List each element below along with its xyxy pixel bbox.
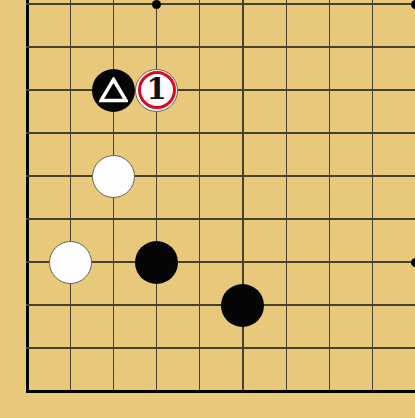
intersection-c7[interactable]: [92, 112, 135, 155]
intersection-c3[interactable]: [92, 284, 135, 327]
intersection-j2[interactable]: [351, 327, 394, 370]
intersection-k1[interactable]: [394, 370, 415, 413]
intersection-h2[interactable]: [308, 327, 351, 370]
go-diagram: 1: [0, 0, 415, 418]
intersection-g4[interactable]: [265, 241, 308, 284]
intersection-c5[interactable]: [92, 198, 135, 241]
intersection-h3[interactable]: [308, 284, 351, 327]
intersection-g1[interactable]: [265, 370, 308, 413]
intersection-e10[interactable]: [178, 0, 221, 26]
intersection-h10[interactable]: [308, 0, 351, 26]
intersection-j8[interactable]: [351, 69, 394, 112]
intersection-c1[interactable]: [92, 370, 135, 413]
intersection-b9[interactable]: [49, 26, 92, 69]
intersection-f3[interactable]: [221, 284, 264, 327]
intersection-h9[interactable]: [308, 26, 351, 69]
intersection-h8[interactable]: [308, 69, 351, 112]
intersection-b4[interactable]: [49, 241, 92, 284]
intersection-a10[interactable]: [5, 0, 48, 26]
intersection-d10[interactable]: [135, 0, 178, 26]
intersection-k3[interactable]: [394, 284, 415, 327]
intersection-j5[interactable]: [351, 198, 394, 241]
intersection-d9[interactable]: [135, 26, 178, 69]
intersection-a6[interactable]: [5, 155, 48, 198]
intersection-j10[interactable]: [351, 0, 394, 26]
intersection-k8[interactable]: [394, 69, 415, 112]
intersection-c4[interactable]: [92, 241, 135, 284]
intersection-h6[interactable]: [308, 155, 351, 198]
intersection-b6[interactable]: [49, 155, 92, 198]
black-stone-c8: [92, 69, 135, 112]
intersection-f4[interactable]: [221, 241, 264, 284]
intersection-k5[interactable]: [394, 198, 415, 241]
intersection-e1[interactable]: [178, 370, 221, 413]
triangle-mark-icon: [99, 77, 128, 103]
intersection-b3[interactable]: [49, 284, 92, 327]
intersection-e7[interactable]: [178, 112, 221, 155]
intersection-f7[interactable]: [221, 112, 264, 155]
intersection-c10[interactable]: [92, 0, 135, 26]
intersection-c8[interactable]: [92, 69, 135, 112]
intersection-d6[interactable]: [135, 155, 178, 198]
intersection-g3[interactable]: [265, 284, 308, 327]
black-stone-f3: [221, 284, 264, 327]
intersection-d1[interactable]: [135, 370, 178, 413]
intersection-f6[interactable]: [221, 155, 264, 198]
intersection-d8[interactable]: 1: [135, 69, 178, 112]
go-board: 1: [5, 0, 415, 413]
intersection-h7[interactable]: [308, 112, 351, 155]
intersection-d5[interactable]: [135, 198, 178, 241]
intersection-g6[interactable]: [265, 155, 308, 198]
intersection-k4[interactable]: [394, 241, 415, 284]
intersection-j3[interactable]: [351, 284, 394, 327]
intersection-f2[interactable]: [221, 327, 264, 370]
intersection-j7[interactable]: [351, 112, 394, 155]
intersection-c9[interactable]: [92, 26, 135, 69]
intersection-g2[interactable]: [265, 327, 308, 370]
intersection-b2[interactable]: [49, 327, 92, 370]
intersection-b7[interactable]: [49, 112, 92, 155]
intersection-c2[interactable]: [92, 327, 135, 370]
intersection-a2[interactable]: [5, 327, 48, 370]
intersection-d7[interactable]: [135, 112, 178, 155]
intersection-g7[interactable]: [265, 112, 308, 155]
intersection-k9[interactable]: [394, 26, 415, 69]
intersection-j1[interactable]: [351, 370, 394, 413]
intersection-j6[interactable]: [351, 155, 394, 198]
intersection-d2[interactable]: [135, 327, 178, 370]
intersection-e4[interactable]: [178, 241, 221, 284]
intersection-f5[interactable]: [221, 198, 264, 241]
intersection-e6[interactable]: [178, 155, 221, 198]
intersection-e9[interactable]: [178, 26, 221, 69]
intersection-f10[interactable]: [221, 0, 264, 26]
intersection-b5[interactable]: [49, 198, 92, 241]
intersection-e3[interactable]: [178, 284, 221, 327]
intersection-f9[interactable]: [221, 26, 264, 69]
intersection-b8[interactable]: [49, 69, 92, 112]
intersection-b10[interactable]: [49, 0, 92, 26]
intersection-g5[interactable]: [265, 198, 308, 241]
intersection-b1[interactable]: [49, 370, 92, 413]
intersection-a4[interactable]: [5, 241, 48, 284]
intersection-e2[interactable]: [178, 327, 221, 370]
intersection-e8[interactable]: [178, 69, 221, 112]
intersection-a9[interactable]: [5, 26, 48, 69]
intersection-g9[interactable]: [265, 26, 308, 69]
intersection-k2[interactable]: [394, 327, 415, 370]
intersection-f8[interactable]: [221, 69, 264, 112]
move-number-label: 1: [146, 75, 166, 104]
intersection-h5[interactable]: [308, 198, 351, 241]
intersection-k7[interactable]: [394, 112, 415, 155]
intersection-a7[interactable]: [5, 112, 48, 155]
intersection-d3[interactable]: [135, 284, 178, 327]
intersection-h4[interactable]: [308, 241, 351, 284]
intersection-a5[interactable]: [5, 198, 48, 241]
intersection-j9[interactable]: [351, 26, 394, 69]
intersection-f1[interactable]: [221, 370, 264, 413]
intersection-e5[interactable]: [178, 198, 221, 241]
intersection-a8[interactable]: [5, 69, 48, 112]
intersection-a1[interactable]: [5, 370, 48, 413]
intersection-g10[interactable]: [265, 0, 308, 26]
intersection-g8[interactable]: [265, 69, 308, 112]
white-stone-b4: [49, 241, 92, 284]
white-stone-c6: [92, 155, 135, 198]
intersection-j4[interactable]: [351, 241, 394, 284]
intersection-k10[interactable]: [394, 0, 415, 26]
intersection-k6[interactable]: [394, 155, 415, 198]
intersection-d4[interactable]: [135, 241, 178, 284]
white-stone-d8: 1: [135, 69, 178, 112]
intersection-h1[interactable]: [308, 370, 351, 413]
intersection-a3[interactable]: [5, 284, 48, 327]
intersection-c6[interactable]: [92, 155, 135, 198]
black-stone-d4: [135, 241, 178, 284]
